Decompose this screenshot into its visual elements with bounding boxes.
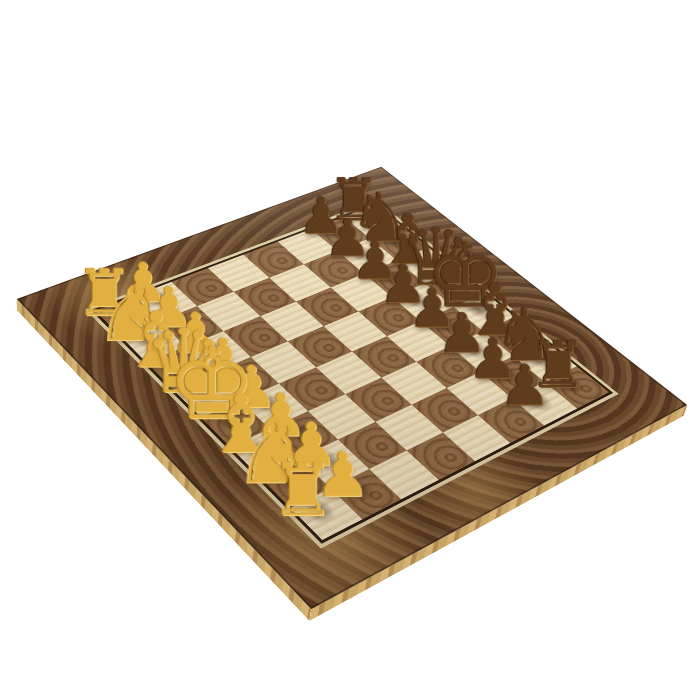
- stage: ♜♞♝♛♚♝♞♜♟♟♟♟♟♟♟♟♟♟♟♟♟♟♟♟♜♞♝♛♚♝♞♜: [77, 77, 626, 626]
- chess-set-photo: ♜♞♝♛♚♝♞♜♟♟♟♟♟♟♟♟♟♟♟♟♟♟♟♟♜♞♝♛♚♝♞♜: [0, 0, 700, 700]
- black-pawn-glyph: ♟: [500, 352, 551, 418]
- scene: ♜♞♝♛♚♝♞♜♟♟♟♟♟♟♟♟♟♟♟♟♟♟♟♟♜♞♝♛♚♝♞♜: [0, 0, 700, 700]
- chess-board: ♜♞♝♛♚♝♞♜♟♟♟♟♟♟♟♟♟♟♟♟♟♟♟♟♜♞♝♛♚♝♞♜: [17, 167, 687, 610]
- white-rook-glyph: ♜: [270, 448, 335, 532]
- piece-white-rook-h1: ♜: [236, 454, 370, 527]
- piece-black-pawn-h7: ♟: [464, 357, 585, 413]
